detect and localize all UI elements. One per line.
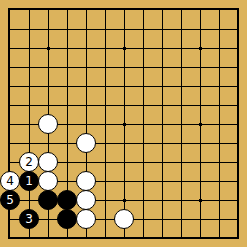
black-stone: 3 bbox=[19, 209, 39, 229]
white-stone bbox=[76, 133, 96, 153]
grid-line-vertical bbox=[181, 10, 182, 238]
star-point bbox=[199, 199, 202, 202]
go-board: 24153 bbox=[0, 0, 247, 247]
black-stone: 1 bbox=[19, 171, 39, 191]
white-stone bbox=[38, 171, 58, 191]
grid-line-vertical bbox=[143, 10, 144, 238]
white-stone: 2 bbox=[19, 152, 39, 172]
star-point bbox=[123, 199, 126, 202]
black-stone bbox=[38, 190, 58, 210]
move-number-label: 1 bbox=[25, 175, 33, 187]
grid-line-vertical bbox=[219, 10, 220, 238]
black-stone: 5 bbox=[0, 190, 20, 210]
white-stone bbox=[114, 209, 134, 229]
white-stone bbox=[38, 114, 58, 134]
star-point bbox=[123, 123, 126, 126]
go-diagram: 24153 bbox=[0, 0, 247, 247]
move-number-label: 2 bbox=[25, 156, 33, 168]
grid-line-horizontal bbox=[10, 143, 238, 144]
star-point bbox=[47, 47, 50, 50]
move-number-label: 3 bbox=[25, 213, 33, 225]
grid-line-vertical bbox=[162, 10, 163, 238]
star-point bbox=[199, 47, 202, 50]
white-stone bbox=[76, 171, 96, 191]
black-stone bbox=[57, 190, 77, 210]
star-point bbox=[199, 123, 202, 126]
white-stone bbox=[38, 152, 58, 172]
move-number-label: 5 bbox=[6, 194, 14, 206]
black-stone bbox=[57, 209, 77, 229]
white-stone: 4 bbox=[0, 171, 20, 191]
move-number-label: 4 bbox=[6, 175, 14, 187]
star-point bbox=[123, 47, 126, 50]
white-stone bbox=[76, 190, 96, 210]
white-stone bbox=[76, 209, 96, 229]
